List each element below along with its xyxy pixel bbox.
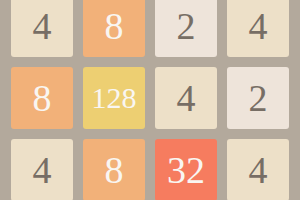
tile-r1c1-4: 4	[11, 0, 73, 57]
tile-r3c4-4: 4	[227, 139, 289, 200]
tile-r2c1-8: 8	[11, 67, 73, 129]
tile-r3c1-4: 4	[11, 139, 73, 200]
tile-r3c2-8: 8	[83, 139, 145, 200]
tile-r2c4-2: 2	[227, 67, 289, 129]
tile-r2c2-128: 128	[83, 67, 145, 129]
tile-r1c2-8: 8	[83, 0, 145, 57]
game-board-2048: 482481284248324	[11, 0, 289, 200]
tile-r1c4-4: 4	[227, 0, 289, 57]
tile-r3c3-32: 32	[155, 139, 217, 200]
tile-r2c3-4: 4	[155, 67, 217, 129]
tile-r1c3-2: 2	[155, 0, 217, 57]
